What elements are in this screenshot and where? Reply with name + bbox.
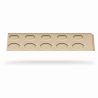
pit-r2-c1[interactable] — [8, 43, 20, 49]
pit-r1-c2[interactable] — [25, 35, 36, 40]
pit-r2-c5[interactable] — [72, 43, 84, 49]
pit-r2-c4[interactable] — [56, 43, 68, 49]
pit-cell-r2-c4 — [54, 42, 70, 51]
pit-cell-r2-c2 — [22, 42, 38, 51]
pit-r2-c3[interactable] — [40, 43, 52, 49]
pit-cell-r1-c5 — [70, 33, 86, 42]
pit-cell-r2-c5 — [70, 42, 86, 51]
pit-grid — [6, 33, 86, 51]
pit-cell-r1-c3 — [38, 33, 54, 42]
pit-cell-r1-c1 — [6, 33, 22, 42]
pit-cell-r2-c3 — [38, 42, 54, 51]
pit-cell-r1-c4 — [54, 33, 70, 42]
pit-cell-r2-c1 — [6, 42, 22, 51]
board-shadow — [5, 61, 94, 65]
pit-r2-c2[interactable] — [24, 43, 36, 49]
mancala-board-scene — [0, 0, 98, 98]
pit-r1-c3[interactable] — [41, 35, 52, 40]
board-front-face — [6, 51, 93, 61]
pit-r1-c5[interactable] — [73, 35, 84, 40]
pit-r1-c4[interactable] — [57, 35, 68, 40]
pit-cell-r1-c2 — [22, 33, 38, 42]
pit-r1-c1[interactable] — [9, 35, 20, 40]
